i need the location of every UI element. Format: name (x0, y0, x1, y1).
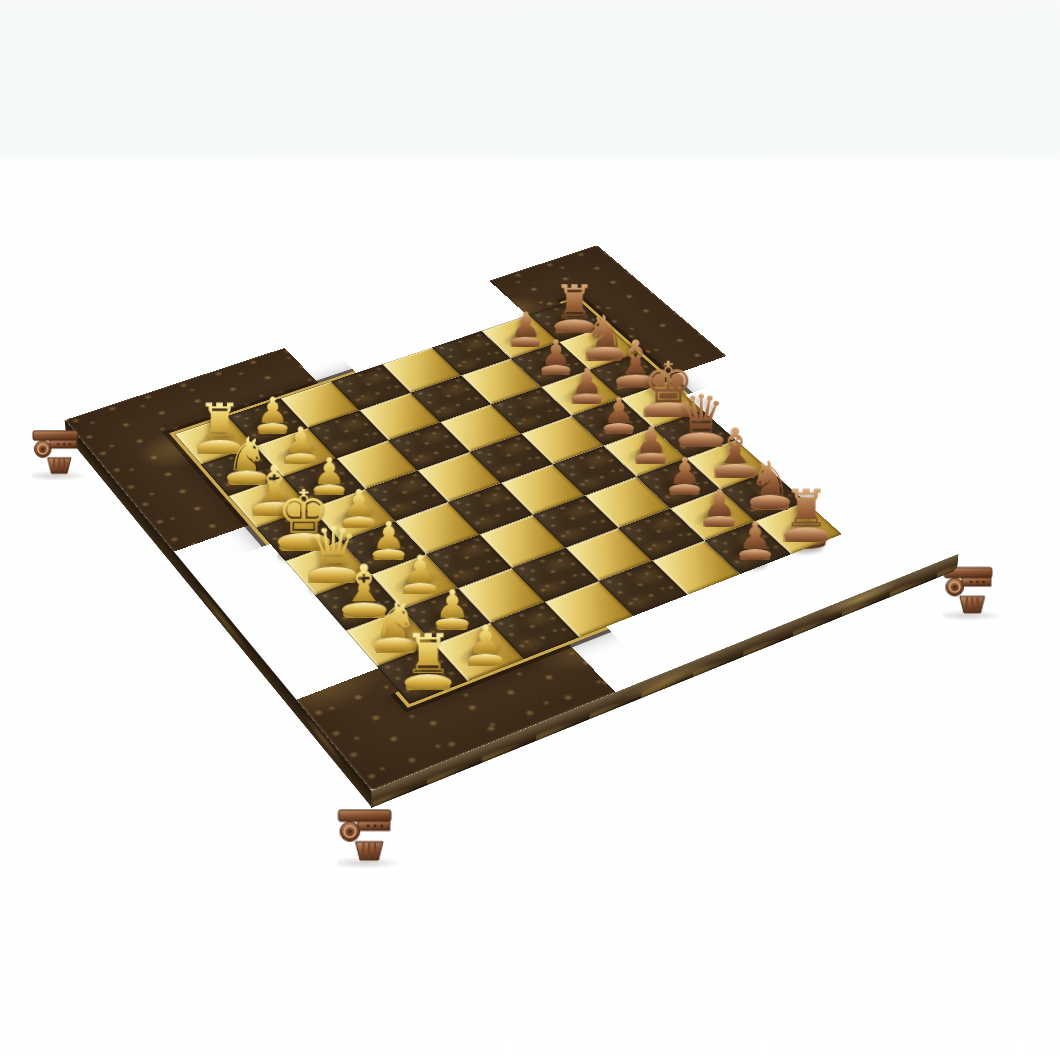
chess-board: ♜♟♟♜♞♟♟♞♝♟♟♝♚♟♟♚♛♟♟♛♝♟♟♝♞♟♟♞♜♟♟♜ (65, 245, 958, 790)
ionic-capital-icon (943, 566, 992, 613)
black-pawn-h7: ♟ (510, 309, 541, 342)
black-pawn-g7: ♟ (540, 336, 572, 369)
white-pawn-a2: ♟ (467, 621, 503, 659)
board-marble-border: ♜♟♟♜♞♟♟♞♝♟♟♝♚♟♟♚♛♟♟♛♝♟♟♝♞♟♟♞♜♟♟♜ (65, 245, 958, 790)
white-pawn-d2: ♟ (372, 518, 406, 554)
square-a4 (545, 581, 634, 637)
black-rook-a8: ♜ (783, 486, 829, 535)
white-pawn-c2: ♟ (403, 551, 438, 588)
black-pawn-d7: ♟ (635, 423, 668, 458)
white-pawn-b2: ♟ (435, 586, 470, 623)
perspective-scene: ♜♟♟♜♞♟♟♞♝♟♟♝♚♟♟♚♛♟♟♛♝♟♟♝♞♟♟♞♜♟♟♜ (0, 0, 1060, 1060)
black-pawn-e7: ♟ (602, 394, 634, 428)
product-photo-scene: ♜♟♟♜♞♟♟♞♝♟♟♝♚♟♟♚♛♟♟♛♝♟♟♝♞♟♟♞♜♟♟♜ (0, 0, 1060, 1060)
white-rook-a1: ♜ (404, 629, 453, 681)
black-pawn-a7: ♟ (738, 518, 772, 554)
black-pawn-f7: ♟ (571, 365, 603, 399)
black-pawn-b7: ♟ (702, 485, 736, 521)
ionic-capital-icon (337, 809, 392, 861)
black-pawn-c7: ♟ (668, 454, 701, 489)
